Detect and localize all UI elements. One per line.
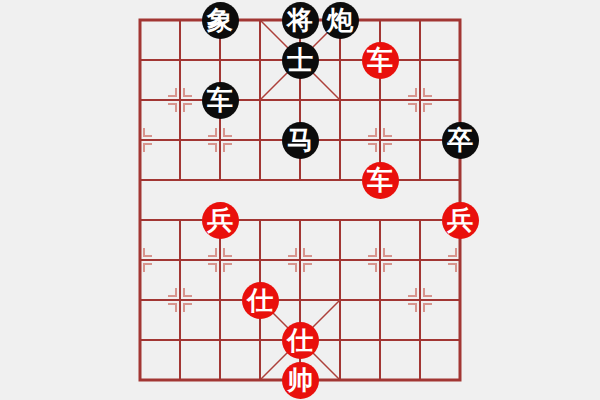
piece-black-cannon[interactable]: 炮 <box>322 2 359 39</box>
piece-red-pawn[interactable]: 兵 <box>202 202 239 239</box>
piece-red-advisor[interactable]: 仕 <box>282 322 319 359</box>
piece-black-general[interactable]: 将 <box>282 2 319 39</box>
piece-black-pawn[interactable]: 卒 <box>442 122 479 159</box>
piece-red-chariot[interactable]: 车 <box>362 162 399 199</box>
piece-red-pawn[interactable]: 兵 <box>442 202 479 239</box>
piece-black-advisor[interactable]: 士 <box>282 42 319 79</box>
piece-black-elephant[interactable]: 象 <box>202 2 239 39</box>
pieces-layer: 象将炮士车车马卒车兵兵仕仕帅 <box>0 0 600 400</box>
piece-red-chariot[interactable]: 车 <box>362 42 399 79</box>
piece-red-advisor[interactable]: 仕 <box>242 282 279 319</box>
piece-black-chariot[interactable]: 车 <box>202 82 239 119</box>
piece-black-horse[interactable]: 马 <box>282 122 319 159</box>
piece-red-general[interactable]: 帅 <box>282 362 319 399</box>
xiangqi-board: 象将炮士车车马卒车兵兵仕仕帅 <box>0 0 600 400</box>
